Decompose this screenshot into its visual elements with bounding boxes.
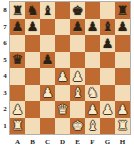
- square-c2[interactable]: [40, 101, 55, 118]
- square-h8[interactable]: ♜: [115, 2, 130, 19]
- black-pawn-icon: ♟: [27, 20, 39, 33]
- black-pawn-icon: ♟: [72, 20, 84, 33]
- rank-label-8: 8: [0, 2, 10, 19]
- rank-label-3: 3: [0, 85, 10, 102]
- square-a8[interactable]: ♜: [10, 2, 25, 19]
- black-pawn-icon: ♟: [117, 20, 129, 33]
- square-e7[interactable]: ♟: [70, 19, 85, 36]
- square-e6[interactable]: [70, 35, 85, 52]
- file-label-c: C: [40, 136, 55, 148]
- square-a4[interactable]: [10, 68, 25, 85]
- square-g5[interactable]: [100, 52, 115, 69]
- chess-diagram: 87654321 ♜♞♝♚♜♟♟♟♟♝♟♟♛♟♟♟♟♝♞♟♛♟♟♟♜♚♝♜ AB…: [0, 0, 134, 150]
- square-f8[interactable]: [85, 2, 100, 19]
- file-label-a: A: [10, 136, 25, 148]
- square-b8[interactable]: ♞: [25, 2, 40, 19]
- white-pawn-icon: ♟: [57, 69, 69, 82]
- rank-label-7: 7: [0, 19, 10, 36]
- black-rook-icon: ♜: [12, 3, 24, 16]
- square-b1[interactable]: [25, 118, 40, 135]
- white-rook-icon: ♜: [117, 119, 129, 132]
- white-pawn-icon: ♟: [42, 86, 54, 99]
- square-h4[interactable]: [115, 68, 130, 85]
- square-d3[interactable]: [55, 85, 70, 102]
- square-b6[interactable]: [25, 35, 40, 52]
- square-h1[interactable]: ♜: [115, 118, 130, 135]
- square-a3[interactable]: [10, 85, 25, 102]
- square-b7[interactable]: ♟: [25, 19, 40, 36]
- square-f2[interactable]: ♟: [85, 101, 100, 118]
- square-b2[interactable]: [25, 101, 40, 118]
- white-pawn-icon: ♟: [102, 102, 114, 115]
- square-d4[interactable]: ♟: [55, 68, 70, 85]
- white-king-icon: ♚: [72, 119, 84, 132]
- chess-board: ♜♞♝♚♜♟♟♟♟♝♟♟♛♟♟♟♟♝♞♟♛♟♟♟♜♚♝♜: [10, 2, 130, 134]
- square-f3[interactable]: ♞: [85, 85, 100, 102]
- white-pawn-icon: ♟: [72, 69, 84, 82]
- white-pawn-icon: ♟: [87, 102, 99, 115]
- square-c3[interactable]: ♟: [40, 85, 55, 102]
- square-c4[interactable]: [40, 68, 55, 85]
- rank-label-1: 1: [0, 118, 10, 135]
- square-c8[interactable]: ♝: [40, 2, 55, 19]
- square-e4[interactable]: ♟: [70, 68, 85, 85]
- square-g4[interactable]: [100, 68, 115, 85]
- square-a6[interactable]: [10, 35, 25, 52]
- square-g6[interactable]: ♟: [100, 35, 115, 52]
- square-h5[interactable]: [115, 52, 130, 69]
- square-d1[interactable]: [55, 118, 70, 135]
- black-pawn-icon: ♟: [12, 20, 24, 33]
- black-king-icon: ♚: [72, 3, 84, 16]
- square-f7[interactable]: ♟: [85, 19, 100, 36]
- rank-label-2: 2: [0, 101, 10, 118]
- square-c1[interactable]: [40, 118, 55, 135]
- white-rook-icon: ♜: [12, 119, 24, 132]
- white-pawn-icon: ♟: [117, 102, 129, 115]
- black-rook-icon: ♜: [117, 3, 129, 16]
- square-g2[interactable]: ♟: [100, 101, 115, 118]
- black-knight-icon: ♞: [27, 3, 39, 16]
- black-queen-icon: ♛: [12, 53, 24, 66]
- rank-label-5: 5: [0, 52, 10, 69]
- square-d5[interactable]: [55, 52, 70, 69]
- file-label-f: F: [85, 136, 100, 148]
- square-h7[interactable]: ♟: [115, 19, 130, 36]
- black-bishop-icon: ♝: [42, 3, 54, 16]
- file-label-b: B: [25, 136, 40, 148]
- square-g3[interactable]: [100, 85, 115, 102]
- square-h2[interactable]: ♟: [115, 101, 130, 118]
- square-a1[interactable]: ♜: [10, 118, 25, 135]
- square-f4[interactable]: [85, 68, 100, 85]
- square-a7[interactable]: ♟: [10, 19, 25, 36]
- square-c7[interactable]: [40, 19, 55, 36]
- square-e1[interactable]: ♚: [70, 118, 85, 135]
- square-g1[interactable]: [100, 118, 115, 135]
- file-label-e: E: [70, 136, 85, 148]
- square-h3[interactable]: [115, 85, 130, 102]
- square-e8[interactable]: ♚: [70, 2, 85, 19]
- white-knight-icon: ♞: [87, 86, 99, 99]
- square-c5[interactable]: ♟: [40, 52, 55, 69]
- square-g8[interactable]: [100, 2, 115, 19]
- black-pawn-icon: ♟: [42, 53, 54, 66]
- file-labels: ABCDEFGH: [10, 136, 130, 148]
- square-e5[interactable]: [70, 52, 85, 69]
- square-e3[interactable]: ♝: [70, 85, 85, 102]
- square-d8[interactable]: [55, 2, 70, 19]
- square-f5[interactable]: [85, 52, 100, 69]
- white-bishop-icon: ♝: [87, 119, 99, 132]
- black-pawn-icon: ♟: [102, 36, 114, 49]
- square-b3[interactable]: [25, 85, 40, 102]
- black-bishop-icon: ♝: [102, 20, 114, 33]
- square-f1[interactable]: ♝: [85, 118, 100, 135]
- square-c6[interactable]: [40, 35, 55, 52]
- square-d7[interactable]: [55, 19, 70, 36]
- square-d6[interactable]: [55, 35, 70, 52]
- square-h6[interactable]: [115, 35, 130, 52]
- square-a5[interactable]: ♛: [10, 52, 25, 69]
- rank-label-4: 4: [0, 68, 10, 85]
- black-pawn-icon: ♟: [87, 20, 99, 33]
- file-label-h: H: [115, 136, 130, 148]
- white-pawn-icon: ♟: [12, 102, 24, 115]
- square-a2[interactable]: ♟: [10, 101, 25, 118]
- square-d2[interactable]: ♛: [55, 101, 70, 118]
- square-b5[interactable]: [25, 52, 40, 69]
- white-queen-icon: ♛: [57, 102, 69, 115]
- rank-labels: 87654321: [0, 2, 10, 134]
- square-b4[interactable]: [25, 68, 40, 85]
- white-bishop-icon: ♝: [72, 86, 84, 99]
- file-label-d: D: [55, 136, 70, 148]
- square-e2[interactable]: [70, 101, 85, 118]
- file-label-g: G: [100, 136, 115, 148]
- square-f6[interactable]: [85, 35, 100, 52]
- square-g7[interactable]: ♝: [100, 19, 115, 36]
- rank-label-6: 6: [0, 35, 10, 52]
